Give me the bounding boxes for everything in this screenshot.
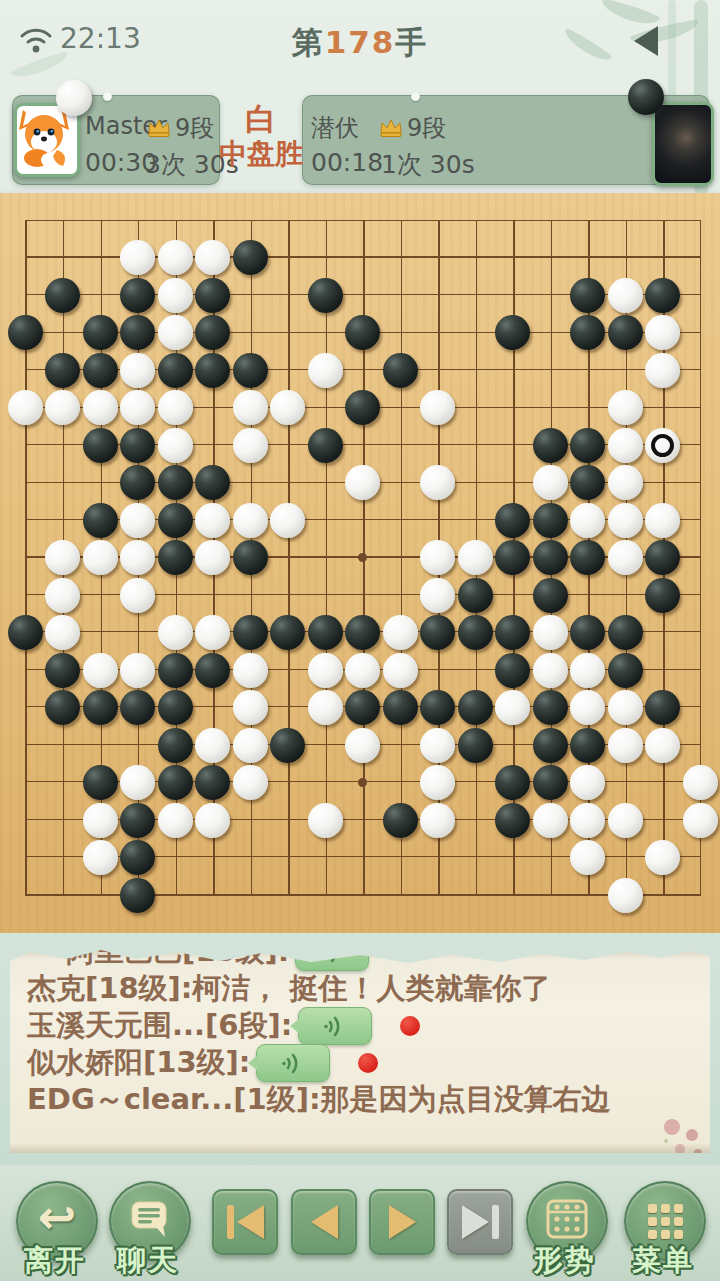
board-cell (344, 576, 382, 614)
board-cell (231, 314, 269, 352)
chat-button[interactable]: 聊天 (105, 1179, 191, 1281)
stone (608, 690, 643, 725)
board-cell (456, 764, 494, 802)
stone (645, 278, 680, 313)
stone (608, 803, 643, 838)
stone (308, 428, 343, 463)
board-cell (156, 839, 194, 877)
next-move-button[interactable] (369, 1189, 435, 1255)
stone (8, 615, 43, 650)
board-cell (419, 839, 457, 877)
board-cell (306, 876, 344, 914)
stone (158, 615, 193, 650)
seek-start-icon (227, 1205, 234, 1239)
board-cell (231, 576, 269, 614)
board-cell (606, 876, 644, 914)
stone (345, 390, 380, 425)
stone (195, 353, 230, 388)
stone (45, 578, 80, 613)
menu-button[interactable]: 菜单 (620, 1179, 706, 1281)
stone (420, 728, 455, 763)
board-cell (606, 239, 644, 277)
board-cell (269, 876, 307, 914)
board-cell (381, 539, 419, 577)
board-cell (381, 201, 419, 239)
black-player-name: 潜伏 (311, 112, 359, 144)
stone (233, 653, 268, 688)
flower-decoration (664, 1119, 680, 1135)
board-cell (344, 351, 382, 389)
board-cell (569, 426, 607, 464)
board-cell (644, 389, 682, 427)
stone (195, 315, 230, 350)
board-cell (681, 576, 719, 614)
board-cell (81, 764, 119, 802)
board-cell (381, 576, 419, 614)
board-cell (456, 689, 494, 727)
board-cell (119, 801, 157, 839)
stone (383, 353, 418, 388)
board-cell (231, 651, 269, 689)
board-cell (269, 539, 307, 577)
stone (533, 653, 568, 688)
board-cell (306, 689, 344, 727)
board-cell (381, 314, 419, 352)
board-cell (119, 201, 157, 239)
stone (608, 540, 643, 575)
next-move-icon (389, 1205, 416, 1239)
stone (533, 465, 568, 500)
board-cell (681, 801, 719, 839)
black-player-avatar[interactable] (652, 102, 714, 186)
board-cell (606, 839, 644, 877)
board-cell (6, 726, 44, 764)
stone (233, 353, 268, 388)
board-cell (419, 876, 457, 914)
board-cell (381, 876, 419, 914)
stone (420, 690, 455, 725)
board-cell (644, 351, 682, 389)
voice-waves-icon (280, 1051, 306, 1075)
stone (645, 503, 680, 538)
board-cell (569, 614, 607, 652)
chat-message-text: 似水娇阳[13级]: (27, 1043, 250, 1083)
sound-toggle-icon[interactable] (634, 26, 658, 56)
crown-icon (147, 116, 171, 144)
board-cell (6, 389, 44, 427)
chat-message: 玉溪天元围...[6段]: (10, 1007, 710, 1044)
board-cell (269, 801, 307, 839)
black-player-byoyomi: 1次 30s (381, 148, 475, 181)
board-cell (156, 501, 194, 539)
board-cell (306, 651, 344, 689)
board-cell (531, 464, 569, 502)
board-cell (81, 539, 119, 577)
board-cell (194, 839, 232, 877)
board-cell (119, 876, 157, 914)
stone (158, 465, 193, 500)
board-cell (194, 614, 232, 652)
stone (83, 803, 118, 838)
board-cell (569, 876, 607, 914)
board-cell (344, 876, 382, 914)
board-cell (194, 426, 232, 464)
board-cell (44, 201, 82, 239)
stone (458, 615, 493, 650)
stone (683, 765, 718, 800)
board-cell (119, 426, 157, 464)
stone (570, 503, 605, 538)
chat-label: 聊天 (105, 1241, 191, 1281)
voice-message-bubble[interactable] (298, 1007, 372, 1045)
board-cell (231, 839, 269, 877)
board-cell (531, 501, 569, 539)
board-cell (81, 389, 119, 427)
board-cell (81, 276, 119, 314)
stone (270, 615, 305, 650)
board-cell (681, 501, 719, 539)
stone (158, 728, 193, 763)
board-cell (119, 764, 157, 802)
stone (45, 278, 80, 313)
board-cell (306, 389, 344, 427)
board-cell (119, 389, 157, 427)
stone (608, 653, 643, 688)
stone (83, 653, 118, 688)
board-cell (494, 614, 532, 652)
board-cell (681, 726, 719, 764)
board-cell (269, 314, 307, 352)
board-cell (119, 501, 157, 539)
black-stone-indicator (628, 79, 664, 115)
board-cell (269, 651, 307, 689)
board-cell (456, 464, 494, 502)
board-cell (494, 726, 532, 764)
board-cell (194, 576, 232, 614)
black-player-rank: 9段 (407, 114, 446, 142)
board-cell (156, 314, 194, 352)
board-cell (156, 426, 194, 464)
black-player-clock: 00:18 (311, 148, 383, 177)
board-cell (494, 839, 532, 877)
board-cell (44, 501, 82, 539)
board-cell (494, 426, 532, 464)
go-board[interactable] (0, 193, 720, 936)
board-cell (494, 539, 532, 577)
stone (495, 503, 530, 538)
board-cell (381, 464, 419, 502)
board-cell (344, 239, 382, 277)
board-cell (456, 801, 494, 839)
board-cell (606, 426, 644, 464)
stone (45, 540, 80, 575)
board-cell (231, 389, 269, 427)
board-cell (194, 501, 232, 539)
stone (195, 278, 230, 313)
board-cell (531, 389, 569, 427)
stone (195, 503, 230, 538)
stone (45, 390, 80, 425)
board-cell (81, 876, 119, 914)
board-cell (456, 501, 494, 539)
stone (345, 615, 380, 650)
board-cell (606, 726, 644, 764)
stone (645, 728, 680, 763)
stone (45, 353, 80, 388)
stone (458, 728, 493, 763)
stone (120, 765, 155, 800)
board-cell (6, 201, 44, 239)
board-cell (531, 576, 569, 614)
stone (420, 765, 455, 800)
stone (570, 465, 605, 500)
stone (233, 728, 268, 763)
board-cell (494, 764, 532, 802)
stone (570, 428, 605, 463)
stone (608, 503, 643, 538)
board-cell (456, 314, 494, 352)
chat-message: 似水娇阳[13级]: (10, 1044, 710, 1081)
board-cell (456, 576, 494, 614)
board-cell (231, 689, 269, 727)
board-cell (531, 651, 569, 689)
board-cell (44, 276, 82, 314)
board-cell (156, 239, 194, 277)
board-cell (531, 201, 569, 239)
board-cell (344, 839, 382, 877)
board-cell (531, 239, 569, 277)
stone (308, 278, 343, 313)
board-cell (81, 614, 119, 652)
stone (345, 690, 380, 725)
board-cell (44, 726, 82, 764)
board-cell (681, 651, 719, 689)
seek-start-button[interactable] (212, 1189, 278, 1255)
board-cell (606, 314, 644, 352)
board-cell (606, 689, 644, 727)
board-cell (44, 464, 82, 502)
stone (270, 728, 305, 763)
stone (608, 465, 643, 500)
chat-scroll[interactable]: 阿里巴巴[13级]:杰克[18级]:柯洁， 挺住！人类就靠你了玉溪天元围...[… (10, 945, 710, 1153)
board-cell (419, 239, 457, 277)
board-cell (681, 389, 719, 427)
board-cell (681, 314, 719, 352)
stone (533, 728, 568, 763)
stone (158, 353, 193, 388)
board-cell (381, 651, 419, 689)
board-cell (231, 276, 269, 314)
stone (233, 428, 268, 463)
board-cell (644, 764, 682, 802)
prev-move-button[interactable] (291, 1189, 357, 1255)
stone (158, 690, 193, 725)
board-cell (344, 501, 382, 539)
stone (270, 390, 305, 425)
board-cell (306, 201, 344, 239)
stone (233, 690, 268, 725)
board-cell (456, 426, 494, 464)
board-grid[interactable] (6, 201, 719, 914)
board-cell (419, 201, 457, 239)
board-cell (194, 539, 232, 577)
status-bar: 22:13 第178手 (0, 0, 720, 70)
stone (270, 503, 305, 538)
stone (308, 353, 343, 388)
back-arrow-icon: ↩ (38, 1194, 77, 1240)
board-cell (569, 764, 607, 802)
board-cell (644, 689, 682, 727)
board-cell (44, 764, 82, 802)
board-cell (681, 464, 719, 502)
board-cell (344, 689, 382, 727)
board-cell (344, 314, 382, 352)
stone (120, 240, 155, 275)
board-cell (531, 726, 569, 764)
stone (570, 803, 605, 838)
board-cell (156, 351, 194, 389)
board-cell (681, 426, 719, 464)
board-cell (644, 801, 682, 839)
board-cell (306, 839, 344, 877)
chat-bubble-icon (129, 1199, 171, 1243)
board-cell (6, 651, 44, 689)
board-cell (156, 726, 194, 764)
board-cell (306, 351, 344, 389)
board-cell (681, 839, 719, 877)
board-cell (569, 314, 607, 352)
screen: 22:13 第178手 Master 9段 00:30 3次 30s 潜伏 9段… (0, 0, 720, 1281)
board-cell (119, 839, 157, 877)
board-cell (81, 239, 119, 277)
board-cell (81, 314, 119, 352)
board-cell (306, 764, 344, 802)
board-cell (456, 839, 494, 877)
board-cell (269, 689, 307, 727)
board-cell (531, 876, 569, 914)
board-cell (344, 276, 382, 314)
stone (608, 728, 643, 763)
board-cell (494, 576, 532, 614)
stone (83, 765, 118, 800)
board-cell (81, 351, 119, 389)
stone (83, 390, 118, 425)
stone (120, 503, 155, 538)
voice-message-bubble[interactable] (256, 1044, 330, 1082)
board-cell (194, 239, 232, 277)
board-cell (344, 726, 382, 764)
board-cell (44, 539, 82, 577)
board-cell (569, 464, 607, 502)
board-cell (194, 201, 232, 239)
board-cell (119, 651, 157, 689)
board-cell (569, 389, 607, 427)
board-cell (381, 389, 419, 427)
stone (383, 653, 418, 688)
board-cell (269, 501, 307, 539)
stone (233, 240, 268, 275)
stone (308, 803, 343, 838)
board-cell (381, 839, 419, 877)
board-cell (681, 239, 719, 277)
board-cell (606, 464, 644, 502)
stone (233, 503, 268, 538)
stone (420, 578, 455, 613)
board-cell (269, 276, 307, 314)
board-cell (231, 764, 269, 802)
board-cell (81, 839, 119, 877)
board-cell (306, 801, 344, 839)
board-cell (231, 539, 269, 577)
board-cell (306, 314, 344, 352)
board-cell (81, 464, 119, 502)
board-cell (606, 389, 644, 427)
stone (458, 578, 493, 613)
board-cell (44, 614, 82, 652)
board-cell (681, 539, 719, 577)
panel-pin-dot (411, 92, 420, 101)
stone (233, 765, 268, 800)
white-player-rank-group: 9段 (147, 112, 214, 144)
stone (420, 615, 455, 650)
board-cell (681, 201, 719, 239)
board-cell (156, 276, 194, 314)
board-cell (306, 614, 344, 652)
board-cell (231, 464, 269, 502)
stone (345, 653, 380, 688)
board-cell (81, 201, 119, 239)
board-cell (119, 614, 157, 652)
stone (495, 615, 530, 650)
board-cell (606, 764, 644, 802)
board-cell (531, 426, 569, 464)
chat-message-text: 玉溪天元围...[6段]: (27, 1006, 292, 1046)
stone (308, 615, 343, 650)
voice-message-bubble[interactable] (295, 945, 369, 971)
board-cell (456, 389, 494, 427)
board-cell (44, 876, 82, 914)
leave-button[interactable]: ↩ 离开 (12, 1179, 98, 1281)
board-cell (456, 276, 494, 314)
board-cell (81, 689, 119, 727)
stone (120, 465, 155, 500)
stone (570, 315, 605, 350)
toolbar: ↩ 离开 聊天 (0, 1165, 720, 1281)
board-cell (231, 876, 269, 914)
stone (195, 728, 230, 763)
board-cell (606, 501, 644, 539)
board-cell (81, 801, 119, 839)
board-cell (681, 351, 719, 389)
chat-message: EDG～clear...[1级]:那是因为点目没算右边 (10, 1081, 710, 1118)
board-cell (531, 276, 569, 314)
stone (495, 690, 530, 725)
stone (158, 240, 193, 275)
board-cell (269, 576, 307, 614)
stone (83, 840, 118, 875)
board-cell (231, 801, 269, 839)
board-cell (269, 426, 307, 464)
stone (83, 503, 118, 538)
board-cell (306, 576, 344, 614)
result-line2: 中盘胜 (218, 137, 304, 171)
situation-button[interactable]: 形势 (522, 1179, 608, 1281)
stone (533, 578, 568, 613)
board-cell (194, 764, 232, 802)
stone (158, 390, 193, 425)
board-cell (194, 651, 232, 689)
board-cell (306, 726, 344, 764)
